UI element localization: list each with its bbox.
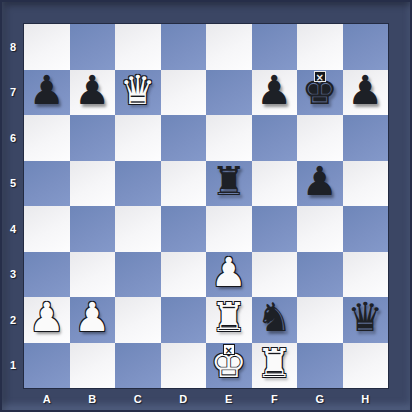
rank-label-3: 3 [2, 252, 24, 298]
file-label-g: G [297, 388, 343, 410]
square-d8[interactable] [161, 24, 207, 70]
file-label-a: A [24, 388, 70, 410]
square-f5[interactable] [252, 161, 298, 207]
piece-white-pawn[interactable]: ♟ [74, 295, 110, 340]
square-b7[interactable]: ♟ [70, 70, 116, 116]
square-c1[interactable] [115, 343, 161, 389]
square-h2[interactable]: ♛ [343, 297, 389, 343]
square-g7[interactable]: ♚× [297, 70, 343, 116]
square-d5[interactable] [161, 161, 207, 207]
piece-white-pawn[interactable]: ♟ [29, 295, 65, 340]
square-g6[interactable] [297, 115, 343, 161]
square-b6[interactable] [70, 115, 116, 161]
square-d4[interactable] [161, 206, 207, 252]
king-cross-badge: × [314, 71, 326, 82]
square-h7[interactable]: ♟ [343, 70, 389, 116]
rank-label-1: 1 [2, 343, 24, 389]
square-h4[interactable] [343, 206, 389, 252]
square-d7[interactable] [161, 70, 207, 116]
square-a8[interactable] [24, 24, 70, 70]
square-a6[interactable] [24, 115, 70, 161]
square-c5[interactable] [115, 161, 161, 207]
file-label-f: F [252, 388, 298, 410]
piece-black-pawn[interactable]: ♟ [74, 68, 110, 113]
piece-black-pawn[interactable]: ♟ [302, 159, 338, 204]
rank-label-7: 7 [2, 70, 24, 116]
rank-label-5: 5 [2, 161, 24, 207]
file-label-e: E [206, 388, 252, 410]
square-h5[interactable] [343, 161, 389, 207]
square-e4[interactable] [206, 206, 252, 252]
file-label-d: D [161, 388, 207, 410]
square-g8[interactable] [297, 24, 343, 70]
piece-white-rook[interactable]: ♜ [256, 341, 292, 386]
square-c3[interactable] [115, 252, 161, 298]
square-d2[interactable] [161, 297, 207, 343]
file-label-b: B [70, 388, 116, 410]
square-b1[interactable] [70, 343, 116, 389]
piece-white-queen[interactable]: ♛ [120, 68, 156, 113]
square-a4[interactable] [24, 206, 70, 252]
square-e3[interactable]: ♟ [206, 252, 252, 298]
square-f7[interactable]: ♟ [252, 70, 298, 116]
square-h8[interactable] [343, 24, 389, 70]
chess-board[interactable]: ♟♟♛♟♚×♟♜♟♟♟♟♜♞♛♚×♜ [24, 24, 388, 388]
piece-black-pawn[interactable]: ♟ [29, 68, 65, 113]
square-b3[interactable] [70, 252, 116, 298]
square-e1[interactable]: ♚× [206, 343, 252, 389]
square-g1[interactable] [297, 343, 343, 389]
square-c2[interactable] [115, 297, 161, 343]
piece-black-rook[interactable]: ♜ [211, 159, 247, 204]
square-f1[interactable]: ♜ [252, 343, 298, 389]
rank-labels: 87654321 [2, 24, 24, 388]
square-g5[interactable]: ♟ [297, 161, 343, 207]
square-g3[interactable] [297, 252, 343, 298]
square-a2[interactable]: ♟ [24, 297, 70, 343]
square-e6[interactable] [206, 115, 252, 161]
square-f6[interactable] [252, 115, 298, 161]
square-h1[interactable] [343, 343, 389, 389]
square-f3[interactable] [252, 252, 298, 298]
square-b8[interactable] [70, 24, 116, 70]
square-e7[interactable] [206, 70, 252, 116]
rank-label-8: 8 [2, 24, 24, 70]
square-e2[interactable]: ♜ [206, 297, 252, 343]
piece-black-pawn[interactable]: ♟ [347, 68, 383, 113]
square-d6[interactable] [161, 115, 207, 161]
square-g2[interactable] [297, 297, 343, 343]
square-e5[interactable]: ♜ [206, 161, 252, 207]
square-c8[interactable] [115, 24, 161, 70]
square-c6[interactable] [115, 115, 161, 161]
square-a7[interactable]: ♟ [24, 70, 70, 116]
square-d1[interactable] [161, 343, 207, 389]
square-h6[interactable] [343, 115, 389, 161]
square-a3[interactable] [24, 252, 70, 298]
square-e8[interactable] [206, 24, 252, 70]
square-h3[interactable] [343, 252, 389, 298]
piece-black-knight[interactable]: ♞ [256, 295, 292, 340]
square-b2[interactable]: ♟ [70, 297, 116, 343]
square-c4[interactable] [115, 206, 161, 252]
square-g4[interactable] [297, 206, 343, 252]
piece-white-pawn[interactable]: ♟ [211, 250, 247, 295]
square-f2[interactable]: ♞ [252, 297, 298, 343]
square-b5[interactable] [70, 161, 116, 207]
piece-white-rook[interactable]: ♜ [211, 295, 247, 340]
square-d3[interactable] [161, 252, 207, 298]
file-label-h: H [343, 388, 389, 410]
square-f4[interactable] [252, 206, 298, 252]
square-a1[interactable] [24, 343, 70, 389]
board-frame: 87654321 ♟♟♛♟♚×♟♜♟♟♟♟♜♞♛♚×♜ ABCDEFGH [0, 0, 412, 412]
square-f8[interactable] [252, 24, 298, 70]
rank-label-2: 2 [2, 297, 24, 343]
square-b4[interactable] [70, 206, 116, 252]
rank-label-4: 4 [2, 206, 24, 252]
piece-black-pawn[interactable]: ♟ [256, 68, 292, 113]
file-labels: ABCDEFGH [24, 388, 388, 410]
piece-black-queen[interactable]: ♛ [347, 295, 383, 340]
king-cross-badge: × [223, 344, 235, 355]
rank-label-6: 6 [2, 115, 24, 161]
square-c7[interactable]: ♛ [115, 70, 161, 116]
square-a5[interactable] [24, 161, 70, 207]
file-label-c: C [115, 388, 161, 410]
